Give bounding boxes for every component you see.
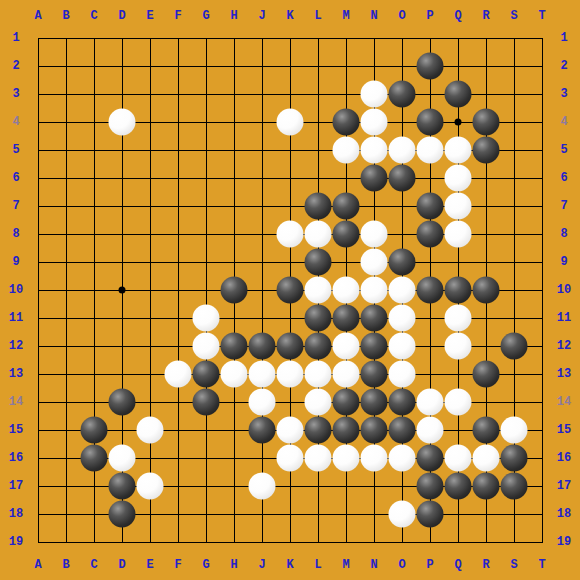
stone-white-Q5: [445, 137, 472, 164]
stone-white-J14: [249, 389, 276, 416]
stone-white-N9: [361, 249, 388, 276]
row-label-right-9: 9: [550, 255, 578, 269]
stone-black-L11: [305, 305, 332, 332]
row-label-right-17: 17: [550, 479, 578, 493]
col-label-bottom-P: P: [416, 558, 444, 572]
stone-black-O14: [389, 389, 416, 416]
stone-white-O12: [389, 333, 416, 360]
stone-black-S12: [501, 333, 528, 360]
stone-white-K8: [277, 221, 304, 248]
stone-white-N16: [361, 445, 388, 472]
col-label-top-G: G: [192, 9, 220, 23]
stone-white-L14: [305, 389, 332, 416]
stone-white-N8: [361, 221, 388, 248]
row-label-right-14: 14: [550, 395, 578, 409]
stone-white-N5: [361, 137, 388, 164]
stone-black-J12: [249, 333, 276, 360]
stone-black-N15: [361, 417, 388, 444]
row-label-left-6: 6: [2, 171, 30, 185]
stone-black-C15: [81, 417, 108, 444]
stone-white-E17: [137, 473, 164, 500]
stone-white-Q7: [445, 193, 472, 220]
stone-black-R10: [473, 277, 500, 304]
col-label-top-K: K: [276, 9, 304, 23]
row-label-right-19: 19: [550, 535, 578, 549]
stone-white-P15: [417, 417, 444, 444]
stone-white-P14: [417, 389, 444, 416]
stone-black-O9: [389, 249, 416, 276]
col-label-bottom-K: K: [276, 558, 304, 572]
stone-white-Q6: [445, 165, 472, 192]
row-label-right-1: 1: [550, 31, 578, 45]
stone-black-P8: [417, 221, 444, 248]
stone-black-M4: [333, 109, 360, 136]
stone-black-H12: [221, 333, 248, 360]
stone-white-G11: [193, 305, 220, 332]
stone-white-O18: [389, 501, 416, 528]
row-label-left-18: 18: [2, 507, 30, 521]
col-label-top-F: F: [164, 9, 192, 23]
col-label-bottom-H: H: [220, 558, 248, 572]
row-label-right-15: 15: [550, 423, 578, 437]
row-label-left-8: 8: [2, 227, 30, 241]
stone-white-L8: [305, 221, 332, 248]
col-label-bottom-E: E: [136, 558, 164, 572]
col-label-bottom-S: S: [500, 558, 528, 572]
row-label-left-1: 1: [2, 31, 30, 45]
row-label-left-15: 15: [2, 423, 30, 437]
row-label-left-9: 9: [2, 255, 30, 269]
row-label-left-11: 11: [2, 311, 30, 325]
stone-white-O10: [389, 277, 416, 304]
stone-white-M13: [333, 361, 360, 388]
stone-black-S16: [501, 445, 528, 472]
row-label-right-12: 12: [550, 339, 578, 353]
col-label-top-B: B: [52, 9, 80, 23]
stone-white-N4: [361, 109, 388, 136]
stone-black-N6: [361, 165, 388, 192]
stone-black-M14: [333, 389, 360, 416]
stone-white-D16: [109, 445, 136, 472]
stone-black-L15: [305, 417, 332, 444]
stone-black-R17: [473, 473, 500, 500]
stone-black-K12: [277, 333, 304, 360]
row-label-right-18: 18: [550, 507, 578, 521]
go-board-screen: AABBCCDDEEFFGGHHJJKKLLMMNNOOPPQQRRSSTT11…: [0, 0, 580, 580]
row-label-left-3: 3: [2, 87, 30, 101]
stone-white-G12: [193, 333, 220, 360]
col-label-top-T: T: [528, 9, 556, 23]
stone-black-O6: [389, 165, 416, 192]
stone-white-P5: [417, 137, 444, 164]
row-label-left-16: 16: [2, 451, 30, 465]
stone-white-L10: [305, 277, 332, 304]
col-label-top-R: R: [472, 9, 500, 23]
stone-black-P16: [417, 445, 444, 472]
col-label-bottom-O: O: [388, 558, 416, 572]
stone-white-Q16: [445, 445, 472, 472]
stone-white-Q8: [445, 221, 472, 248]
col-label-top-P: P: [416, 9, 444, 23]
hoshi-D10: [119, 287, 126, 294]
col-label-bottom-D: D: [108, 558, 136, 572]
col-label-bottom-M: M: [332, 558, 360, 572]
stone-black-D17: [109, 473, 136, 500]
row-label-right-2: 2: [550, 59, 578, 73]
stone-black-P7: [417, 193, 444, 220]
stone-black-N13: [361, 361, 388, 388]
col-label-top-L: L: [304, 9, 332, 23]
stone-black-P18: [417, 501, 444, 528]
stone-black-Q3: [445, 81, 472, 108]
stone-black-M15: [333, 417, 360, 444]
row-label-right-13: 13: [550, 367, 578, 381]
stone-black-P4: [417, 109, 444, 136]
col-label-bottom-T: T: [528, 558, 556, 572]
stone-black-L9: [305, 249, 332, 276]
row-label-left-4: 4: [2, 115, 30, 129]
stone-white-J13: [249, 361, 276, 388]
row-label-left-2: 2: [2, 59, 30, 73]
stone-white-O13: [389, 361, 416, 388]
col-label-top-A: A: [24, 9, 52, 23]
hoshi-Q4: [455, 119, 462, 126]
stone-white-O5: [389, 137, 416, 164]
col-label-bottom-N: N: [360, 558, 388, 572]
stone-black-P17: [417, 473, 444, 500]
col-label-bottom-J: J: [248, 558, 276, 572]
stone-black-R5: [473, 137, 500, 164]
row-label-left-14: 14: [2, 395, 30, 409]
stone-black-R15: [473, 417, 500, 444]
stone-black-P10: [417, 277, 444, 304]
stone-white-K16: [277, 445, 304, 472]
row-label-right-5: 5: [550, 143, 578, 157]
stone-white-K15: [277, 417, 304, 444]
stone-black-D18: [109, 501, 136, 528]
row-label-right-3: 3: [550, 87, 578, 101]
stone-black-R13: [473, 361, 500, 388]
stone-black-N14: [361, 389, 388, 416]
stone-white-M5: [333, 137, 360, 164]
stone-black-R4: [473, 109, 500, 136]
stone-black-M7: [333, 193, 360, 220]
stone-white-H13: [221, 361, 248, 388]
col-label-bottom-Q: Q: [444, 558, 472, 572]
stone-black-M8: [333, 221, 360, 248]
col-label-bottom-A: A: [24, 558, 52, 572]
stone-white-E15: [137, 417, 164, 444]
row-label-right-8: 8: [550, 227, 578, 241]
row-label-left-5: 5: [2, 143, 30, 157]
stone-white-K4: [277, 109, 304, 136]
stone-white-D4: [109, 109, 136, 136]
stone-black-S17: [501, 473, 528, 500]
stone-black-L12: [305, 333, 332, 360]
stone-white-N10: [361, 277, 388, 304]
col-label-bottom-B: B: [52, 558, 80, 572]
stone-black-C16: [81, 445, 108, 472]
stone-white-R16: [473, 445, 500, 472]
col-label-bottom-L: L: [304, 558, 332, 572]
col-label-top-O: O: [388, 9, 416, 23]
stone-white-S15: [501, 417, 528, 444]
stone-black-Q10: [445, 277, 472, 304]
row-label-left-13: 13: [2, 367, 30, 381]
col-label-top-S: S: [500, 9, 528, 23]
col-label-top-J: J: [248, 9, 276, 23]
row-label-left-17: 17: [2, 479, 30, 493]
col-label-top-E: E: [136, 9, 164, 23]
row-label-left-10: 10: [2, 283, 30, 297]
row-label-right-11: 11: [550, 311, 578, 325]
row-label-right-10: 10: [550, 283, 578, 297]
stone-black-O3: [389, 81, 416, 108]
col-label-bottom-G: G: [192, 558, 220, 572]
col-label-top-D: D: [108, 9, 136, 23]
row-label-left-12: 12: [2, 339, 30, 353]
stone-black-N12: [361, 333, 388, 360]
row-label-right-7: 7: [550, 199, 578, 213]
col-label-top-C: C: [80, 9, 108, 23]
stone-white-F13: [165, 361, 192, 388]
stone-black-J15: [249, 417, 276, 444]
row-label-right-6: 6: [550, 171, 578, 185]
stone-black-G14: [193, 389, 220, 416]
stone-black-H10: [221, 277, 248, 304]
stone-black-D14: [109, 389, 136, 416]
stone-white-O16: [389, 445, 416, 472]
stone-white-Q11: [445, 305, 472, 332]
col-label-bottom-C: C: [80, 558, 108, 572]
row-label-left-19: 19: [2, 535, 30, 549]
col-label-bottom-F: F: [164, 558, 192, 572]
col-label-bottom-R: R: [472, 558, 500, 572]
stone-white-J17: [249, 473, 276, 500]
stone-black-K10: [277, 277, 304, 304]
col-label-top-N: N: [360, 9, 388, 23]
stone-black-L7: [305, 193, 332, 220]
stone-white-K13: [277, 361, 304, 388]
stone-black-Q17: [445, 473, 472, 500]
stone-white-M10: [333, 277, 360, 304]
stone-black-N11: [361, 305, 388, 332]
col-label-top-M: M: [332, 9, 360, 23]
row-label-right-16: 16: [550, 451, 578, 465]
stone-white-O11: [389, 305, 416, 332]
stone-white-Q12: [445, 333, 472, 360]
stone-black-O15: [389, 417, 416, 444]
stone-white-N3: [361, 81, 388, 108]
stone-white-M12: [333, 333, 360, 360]
col-label-top-Q: Q: [444, 9, 472, 23]
stone-black-P2: [417, 53, 444, 80]
stone-white-Q14: [445, 389, 472, 416]
stone-black-M11: [333, 305, 360, 332]
stone-white-L13: [305, 361, 332, 388]
row-label-right-4: 4: [550, 115, 578, 129]
stone-black-G13: [193, 361, 220, 388]
stone-white-L16: [305, 445, 332, 472]
stone-white-M16: [333, 445, 360, 472]
col-label-top-H: H: [220, 9, 248, 23]
row-label-left-7: 7: [2, 199, 30, 213]
